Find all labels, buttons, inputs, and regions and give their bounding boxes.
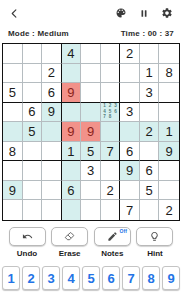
cell-r1c2[interactable] xyxy=(23,44,43,64)
numpad-key-7[interactable]: 7 xyxy=(122,266,140,290)
cell-r4c5[interactable] xyxy=(81,103,101,123)
cell-r3c6[interactable] xyxy=(101,83,121,103)
cell-r9c1[interactable] xyxy=(3,200,23,220)
cell-r1c8[interactable] xyxy=(140,44,160,64)
cell-r4c2[interactable]: 6 xyxy=(23,103,43,123)
cell-r5c6[interactable] xyxy=(101,122,121,142)
mode-label: Mode : Medium xyxy=(8,29,69,38)
numpad-key-1[interactable]: 1 xyxy=(2,266,20,290)
erase-label: Erase xyxy=(59,249,81,258)
cell-r8c9[interactable] xyxy=(159,181,179,201)
numpad-key-9[interactable]: 9 xyxy=(162,266,180,290)
back-chevron-icon[interactable] xyxy=(9,8,20,19)
cell-r5c1[interactable] xyxy=(3,122,23,142)
cell-r6c4[interactable]: 1 xyxy=(62,142,82,162)
cell-r9c2[interactable] xyxy=(23,200,43,220)
cell-r7c3[interactable] xyxy=(42,161,62,181)
notes-button[interactable]: Off xyxy=(94,227,131,246)
erase-button[interactable] xyxy=(51,227,88,246)
cell-r1c5[interactable] xyxy=(81,44,101,64)
cell-r5c8[interactable]: 2 xyxy=(140,122,160,142)
cell-r9c8[interactable] xyxy=(140,200,160,220)
cell-r7c5[interactable]: 3 xyxy=(81,161,101,181)
numpad-key-5[interactable]: 5 xyxy=(82,266,100,290)
cell-r8c6[interactable]: 2 xyxy=(101,181,121,201)
cell-r4c8[interactable] xyxy=(140,103,160,123)
lightbulb-icon xyxy=(149,231,160,242)
cell-r1c7[interactable]: 2 xyxy=(120,44,140,64)
cell-r4c9[interactable] xyxy=(159,103,179,123)
cell-r5c9[interactable]: 1 xyxy=(159,122,179,142)
cell-r3c8[interactable]: 3 xyxy=(140,83,160,103)
undo-tool[interactable]: Undo xyxy=(7,227,47,258)
erase-tool[interactable]: Erase xyxy=(50,227,90,258)
cell-r9c6[interactable] xyxy=(101,200,121,220)
cell-r7c7[interactable]: 9 xyxy=(120,161,140,181)
cell-r9c4[interactable] xyxy=(62,200,82,220)
cell-r7c1[interactable] xyxy=(3,161,23,181)
cell-r3c3[interactable]: 6 xyxy=(42,83,62,103)
cell-r9c9[interactable]: 2 xyxy=(159,200,179,220)
cell-r2c7[interactable] xyxy=(120,64,140,84)
cell-r3c1[interactable]: 5 xyxy=(3,83,23,103)
cell-r2c4[interactable] xyxy=(62,64,82,84)
cell-r7c9[interactable] xyxy=(159,161,179,181)
cell-r2c3[interactable]: 2 xyxy=(42,64,62,84)
undo-button[interactable] xyxy=(9,227,46,246)
cell-r6c1[interactable]: 8 xyxy=(3,142,23,162)
cell-r1c9[interactable] xyxy=(159,44,179,64)
cell-r9c5[interactable] xyxy=(81,200,101,220)
cell-r3c2[interactable] xyxy=(23,83,43,103)
cell-r3c9[interactable] xyxy=(159,83,179,103)
cell-r9c3[interactable] xyxy=(42,200,62,220)
cell-r2c2[interactable] xyxy=(23,64,43,84)
cell-r8c8[interactable]: 5 xyxy=(140,181,160,201)
numpad-key-4[interactable]: 4 xyxy=(62,266,80,290)
cell-r5c3[interactable] xyxy=(42,122,62,142)
numpad-key-2[interactable]: 2 xyxy=(22,266,40,290)
sudoku-board: 4221856936912345678359921815769396962572 xyxy=(2,43,180,221)
toolbar: Undo Erase Off Notes Hint xyxy=(0,227,182,258)
undo-label: Undo xyxy=(17,249,37,258)
notes-off-badge: Off xyxy=(120,229,127,234)
info-row: Mode : Medium Time : 00 : 37 xyxy=(0,29,182,38)
numpad-key-3[interactable]: 3 xyxy=(42,266,60,290)
pause-icon[interactable] xyxy=(139,8,149,19)
cell-r4c4[interactable] xyxy=(62,103,82,123)
hint-button[interactable] xyxy=(136,227,173,246)
cell-r8c2[interactable] xyxy=(23,181,43,201)
numpad-key-6[interactable]: 6 xyxy=(102,266,120,290)
cell-r3c4[interactable]: 9 xyxy=(62,83,82,103)
cell-r6c9[interactable]: 9 xyxy=(159,142,179,162)
cell-r5c4[interactable]: 9 xyxy=(62,122,82,142)
cell-r7c2[interactable] xyxy=(23,161,43,181)
cell-r2c8[interactable]: 1 xyxy=(140,64,160,84)
cell-r6c5[interactable]: 5 xyxy=(81,142,101,162)
numpad-key-8[interactable]: 8 xyxy=(142,266,160,290)
cell-r6c7[interactable]: 6 xyxy=(120,142,140,162)
cell-r7c8[interactable]: 6 xyxy=(140,161,160,181)
cell-r9c7[interactable]: 7 xyxy=(120,200,140,220)
cell-r5c5[interactable]: 9 xyxy=(81,122,101,142)
cell-r2c6[interactable] xyxy=(101,64,121,84)
cell-r7c6[interactable] xyxy=(101,161,121,181)
number-pad: 123456789 xyxy=(0,266,182,290)
palette-icon[interactable] xyxy=(115,7,127,19)
cell-r6c3[interactable] xyxy=(42,142,62,162)
cell-r5c2[interactable]: 5 xyxy=(23,122,43,142)
cell-r6c8[interactable] xyxy=(140,142,160,162)
cell-r8c1[interactable]: 9 xyxy=(3,181,23,201)
top-bar xyxy=(0,0,182,24)
cell-r4c7[interactable]: 3 xyxy=(120,103,140,123)
cell-r8c7[interactable] xyxy=(120,181,140,201)
settings-gear-icon[interactable] xyxy=(161,7,173,19)
cell-r5c7[interactable] xyxy=(120,122,140,142)
notes-tool[interactable]: Off Notes xyxy=(92,227,132,258)
pencil-icon xyxy=(107,231,118,242)
cell-r6c2[interactable] xyxy=(23,142,43,162)
undo-icon xyxy=(22,231,33,242)
cell-r2c9[interactable]: 8 xyxy=(159,64,179,84)
eraser-icon xyxy=(64,231,75,242)
cell-r2c5[interactable] xyxy=(81,64,101,84)
pencil-notes: 12345678 xyxy=(102,104,119,121)
cell-r1c3[interactable] xyxy=(42,44,62,64)
cell-r4c1[interactable] xyxy=(3,103,23,123)
hint-tool[interactable]: Hint xyxy=(135,227,175,258)
cell-r3c7[interactable] xyxy=(120,83,140,103)
notes-label: Notes xyxy=(101,249,123,258)
cell-r4c3[interactable]: 9 xyxy=(42,103,62,123)
cell-r6c6[interactable]: 7 xyxy=(101,142,121,162)
hint-label: Hint xyxy=(147,249,163,258)
cell-r8c3[interactable] xyxy=(42,181,62,201)
time-label: Time : 00 : 37 xyxy=(121,29,174,38)
cell-r3c5[interactable] xyxy=(81,83,101,103)
cell-r2c1[interactable] xyxy=(3,64,23,84)
cell-r4c6[interactable]: 12345678 xyxy=(101,103,121,123)
cell-r8c4[interactable]: 6 xyxy=(62,181,82,201)
cell-r1c6[interactable] xyxy=(101,44,121,64)
cell-r8c5[interactable] xyxy=(81,181,101,201)
cell-r7c4[interactable] xyxy=(62,161,82,181)
cell-r1c4[interactable]: 4 xyxy=(62,44,82,64)
cell-r1c1[interactable] xyxy=(3,44,23,64)
